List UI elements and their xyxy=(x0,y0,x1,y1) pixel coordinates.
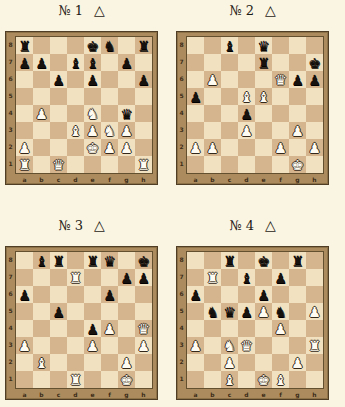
white-queen-icon: ♛ xyxy=(274,73,287,87)
square-b3 xyxy=(204,337,221,354)
square-c8: ♝ xyxy=(221,37,238,54)
black-pawn-icon: ♟ xyxy=(189,288,202,302)
white-pawn-icon: ♟ xyxy=(206,73,219,87)
square-h7: ♚ xyxy=(306,54,323,71)
square-a1 xyxy=(16,371,33,388)
square-c2: ♟ xyxy=(221,354,238,371)
square-e7 xyxy=(255,269,272,286)
square-h3: ♟ xyxy=(135,337,152,354)
square-e4 xyxy=(255,320,272,337)
square-e7: ♜ xyxy=(255,54,272,71)
chess-board-frame: 87654321 ♜♚♜♜♝♟♟♟♞♛♟♟♞♟♟♟♞♛♜♟♟♝♚♝ abcdef… xyxy=(176,246,329,400)
square-b5 xyxy=(33,88,50,105)
white-king-icon: ♚ xyxy=(291,158,304,172)
square-b4 xyxy=(33,320,50,337)
black-knight-icon: ♞ xyxy=(274,305,287,319)
file-label-f: f xyxy=(101,174,118,184)
black-knight-icon: ♞ xyxy=(103,39,116,53)
square-d7: ♝ xyxy=(67,54,84,71)
white-pawn-icon: ♟ xyxy=(223,356,236,370)
white-pawn-icon: ♟ xyxy=(120,124,133,138)
square-d8 xyxy=(67,252,84,269)
file-label-f: f xyxy=(272,389,289,399)
square-a4 xyxy=(16,105,33,122)
white-pawn-icon: ♟ xyxy=(120,356,133,370)
square-e8: ♛ xyxy=(255,37,272,54)
rank-label-7: 7 xyxy=(177,53,186,70)
square-a6 xyxy=(187,71,204,88)
white-rook-icon: ♜ xyxy=(18,158,31,172)
square-a3 xyxy=(187,122,204,139)
puzzle-panel-2: № 2 △ 87654321 ♝♛♜♚♟♛♟♟♟♝♝♟♟♟♟♟♟♟♚ abcde… xyxy=(177,2,328,185)
rank-label-3: 3 xyxy=(6,336,15,353)
square-e4: ♞ xyxy=(84,105,101,122)
black-bishop-icon: ♝ xyxy=(69,56,82,70)
square-h7 xyxy=(306,269,323,286)
square-g3 xyxy=(118,337,135,354)
square-b3 xyxy=(33,337,50,354)
square-a2: ♟ xyxy=(16,139,33,156)
square-b1 xyxy=(33,371,50,388)
square-e7 xyxy=(84,269,101,286)
square-c6 xyxy=(50,286,67,303)
square-f3 xyxy=(272,337,289,354)
rank-label-3: 3 xyxy=(177,336,186,353)
square-h2 xyxy=(135,354,152,371)
rank-label-6: 6 xyxy=(177,70,186,87)
rank-label-8: 8 xyxy=(177,251,186,268)
square-b4 xyxy=(204,320,221,337)
rank-label-4: 4 xyxy=(177,319,186,336)
square-h2 xyxy=(306,354,323,371)
square-a8 xyxy=(187,252,204,269)
white-pawn-icon: ♟ xyxy=(189,339,202,353)
square-a4 xyxy=(16,320,33,337)
square-e5 xyxy=(84,303,101,320)
square-b2: ♝ xyxy=(33,354,50,371)
square-d2 xyxy=(238,139,255,156)
square-a1 xyxy=(187,156,204,173)
black-pawn-icon: ♟ xyxy=(137,271,150,285)
white-pawn-icon: ♟ xyxy=(274,322,287,336)
square-g8 xyxy=(289,37,306,54)
rank-label-3: 3 xyxy=(177,121,186,138)
square-c7 xyxy=(50,54,67,71)
square-c1 xyxy=(221,156,238,173)
square-a3: ♟ xyxy=(187,337,204,354)
file-label-c: c xyxy=(221,389,238,399)
black-rook-icon: ♜ xyxy=(86,254,99,268)
square-g1 xyxy=(289,371,306,388)
square-a5 xyxy=(16,303,33,320)
square-h3 xyxy=(135,122,152,139)
square-e3: ♟ xyxy=(84,122,101,139)
square-e1 xyxy=(84,371,101,388)
square-h6: ♟ xyxy=(135,71,152,88)
square-e3 xyxy=(255,122,272,139)
square-a5: ♟ xyxy=(187,88,204,105)
square-d4 xyxy=(238,320,255,337)
square-g6: ♟ xyxy=(289,71,306,88)
file-label-d: d xyxy=(238,174,255,184)
rank-label-6: 6 xyxy=(6,70,15,87)
square-g4: ♛ xyxy=(118,105,135,122)
square-d1: ♜ xyxy=(67,371,84,388)
file-label-d: d xyxy=(238,389,255,399)
chess-board-frame: 87654321 ♝♜♜♛♚♜♟♟♟♟♟♟♟♛♟♟♟♝♟♜♚ abcdefgh xyxy=(5,246,158,400)
square-a8: ♜ xyxy=(16,37,33,54)
square-f5: ♞ xyxy=(272,303,289,320)
square-f5 xyxy=(101,88,118,105)
square-d6 xyxy=(238,71,255,88)
white-pawn-icon: ♟ xyxy=(137,339,150,353)
square-h3: ♜ xyxy=(306,337,323,354)
black-queen-icon: ♛ xyxy=(223,305,236,319)
square-g8: ♜ xyxy=(289,252,306,269)
square-d8 xyxy=(238,37,255,54)
square-f3: ♞ xyxy=(101,122,118,139)
square-c8: ♜ xyxy=(221,252,238,269)
square-b2 xyxy=(33,139,50,156)
black-pawn-icon: ♟ xyxy=(18,288,31,302)
square-a5 xyxy=(187,303,204,320)
puzzle-panel-1: № 1 △ 87654321 ♜♚♞♜♟♟♝♝♟♟♟♟♟♞♛♝♟♞♟♟♚♟♟♜♛… xyxy=(6,2,157,185)
file-label-e: e xyxy=(255,174,272,184)
square-b1 xyxy=(204,156,221,173)
square-h1 xyxy=(135,371,152,388)
white-rook-icon: ♜ xyxy=(308,339,321,353)
file-label-b: b xyxy=(33,389,50,399)
black-rook-icon: ♜ xyxy=(52,254,65,268)
file-label-a: a xyxy=(187,174,204,184)
white-pawn-icon: ♟ xyxy=(35,107,48,121)
square-f5 xyxy=(272,88,289,105)
white-to-move-icon: △ xyxy=(94,2,105,18)
rank-labels: 87654321 xyxy=(177,251,186,389)
square-d6 xyxy=(238,286,255,303)
square-b6: ♟ xyxy=(204,71,221,88)
black-queen-icon: ♛ xyxy=(103,254,116,268)
white-bishop-icon: ♝ xyxy=(35,356,48,370)
square-d5: ♝ xyxy=(238,88,255,105)
square-c1: ♛ xyxy=(50,156,67,173)
rank-label-1: 1 xyxy=(6,370,15,387)
black-pawn-icon: ♟ xyxy=(291,73,304,87)
rank-labels: 87654321 xyxy=(177,36,186,174)
square-g5 xyxy=(289,88,306,105)
rank-label-6: 6 xyxy=(177,285,186,302)
rank-label-2: 2 xyxy=(6,353,15,370)
square-e8: ♜ xyxy=(84,252,101,269)
square-h3 xyxy=(306,122,323,139)
white-pawn-icon: ♟ xyxy=(103,322,116,336)
square-g7: ♟ xyxy=(118,269,135,286)
square-f6: ♟ xyxy=(101,286,118,303)
puzzle-panel-3: № 3 △ 87654321 ♝♜♜♛♚♜♟♟♟♟♟♟♟♛♟♟♟♝♟♜♚ abc… xyxy=(6,217,157,400)
square-g6 xyxy=(118,71,135,88)
square-d6 xyxy=(67,286,84,303)
square-g7 xyxy=(289,54,306,71)
black-bishop-icon: ♝ xyxy=(86,56,99,70)
white-pawn-icon: ♟ xyxy=(308,305,321,319)
square-b7 xyxy=(204,54,221,71)
black-rook-icon: ♜ xyxy=(18,39,31,53)
square-d8 xyxy=(238,252,255,269)
black-king-icon: ♚ xyxy=(257,254,270,268)
puzzle-panel-4: № 4 △ 87654321 ♜♚♜♜♝♟♟♟♞♛♟♟♞♟♟♟♞♛♜♟♟♝♚♝ … xyxy=(177,217,328,400)
file-label-h: h xyxy=(135,174,152,184)
black-pawn-icon: ♟ xyxy=(103,288,116,302)
white-bishop-icon: ♝ xyxy=(274,373,287,387)
white-pawn-icon: ♟ xyxy=(206,141,219,155)
file-label-c: c xyxy=(50,174,67,184)
rank-label-3: 3 xyxy=(6,121,15,138)
black-rook-icon: ♜ xyxy=(223,254,236,268)
square-c5: ♟ xyxy=(50,303,67,320)
puzzle-number-label: № 2 xyxy=(229,3,254,18)
square-g4 xyxy=(289,105,306,122)
square-d5: ♟ xyxy=(238,303,255,320)
square-g5 xyxy=(289,303,306,320)
white-pawn-icon: ♟ xyxy=(103,141,116,155)
white-pawn-icon: ♟ xyxy=(86,124,99,138)
square-d2 xyxy=(238,354,255,371)
square-c2 xyxy=(50,354,67,371)
square-d2 xyxy=(67,139,84,156)
square-f6 xyxy=(101,71,118,88)
file-label-e: e xyxy=(84,389,101,399)
square-a3 xyxy=(16,122,33,139)
square-b8 xyxy=(33,37,50,54)
rank-label-7: 7 xyxy=(6,268,15,285)
black-pawn-icon: ♟ xyxy=(257,288,270,302)
square-h6 xyxy=(306,286,323,303)
square-e2 xyxy=(84,354,101,371)
square-f8: ♞ xyxy=(101,37,118,54)
rank-label-5: 5 xyxy=(6,302,15,319)
file-label-d: d xyxy=(67,389,84,399)
black-rook-icon: ♜ xyxy=(137,39,150,53)
square-a7 xyxy=(16,269,33,286)
rank-labels: 87654321 xyxy=(6,36,15,174)
black-pawn-icon: ♟ xyxy=(18,56,31,70)
black-pawn-icon: ♟ xyxy=(137,73,150,87)
file-labels: abcdefgh xyxy=(187,389,324,399)
square-e8: ♚ xyxy=(255,252,272,269)
black-rook-icon: ♜ xyxy=(257,56,270,70)
square-g6 xyxy=(289,286,306,303)
square-g4 xyxy=(118,320,135,337)
white-queen-icon: ♛ xyxy=(240,339,253,353)
rank-label-8: 8 xyxy=(6,251,15,268)
file-label-b: b xyxy=(33,174,50,184)
square-e5: ♟ xyxy=(255,303,272,320)
square-d6 xyxy=(67,71,84,88)
white-pawn-icon: ♟ xyxy=(120,141,133,155)
square-d3: ♝ xyxy=(67,122,84,139)
square-d3 xyxy=(67,337,84,354)
square-d4: ♟ xyxy=(238,105,255,122)
white-king-icon: ♚ xyxy=(86,141,99,155)
white-queen-icon: ♛ xyxy=(52,158,65,172)
square-a2 xyxy=(187,354,204,371)
chess-board-frame: 87654321 ♝♛♜♚♟♛♟♟♟♝♝♟♟♟♟♟♟♟♚ abcdefgh xyxy=(176,31,329,185)
square-c5 xyxy=(50,88,67,105)
square-d1 xyxy=(238,371,255,388)
square-a6 xyxy=(16,71,33,88)
black-pawn-icon: ♟ xyxy=(308,73,321,87)
puzzle-grid: № 1 △ 87654321 ♜♚♞♜♟♟♝♝♟♟♟♟♟♞♛♝♟♞♟♟♚♟♟♜♛… xyxy=(0,0,345,404)
square-e4: ♟ xyxy=(84,320,101,337)
white-to-move-icon: △ xyxy=(265,217,276,233)
square-b3 xyxy=(33,122,50,139)
square-a7: ♟ xyxy=(16,54,33,71)
white-pawn-icon: ♟ xyxy=(240,124,253,138)
rank-label-5: 5 xyxy=(6,87,15,104)
square-f3 xyxy=(272,122,289,139)
square-f1: ♝ xyxy=(272,371,289,388)
square-g2 xyxy=(289,139,306,156)
rank-label-2: 2 xyxy=(6,138,15,155)
square-a3: ♟ xyxy=(16,337,33,354)
square-e3: ♟ xyxy=(84,337,101,354)
black-pawn-icon: ♟ xyxy=(189,90,202,104)
square-a6: ♟ xyxy=(187,286,204,303)
square-d2 xyxy=(67,354,84,371)
square-e8: ♚ xyxy=(84,37,101,54)
puzzle-number-label: № 1 xyxy=(58,3,83,18)
black-pawn-icon: ♟ xyxy=(52,73,65,87)
square-c1 xyxy=(50,371,67,388)
file-label-a: a xyxy=(16,389,33,399)
square-h4 xyxy=(306,320,323,337)
file-labels: abcdefgh xyxy=(16,174,153,184)
file-label-h: h xyxy=(306,389,323,399)
file-label-h: h xyxy=(135,389,152,399)
square-b5: ♞ xyxy=(204,303,221,320)
square-d5 xyxy=(67,303,84,320)
square-c3 xyxy=(50,337,67,354)
square-e7: ♝ xyxy=(84,54,101,71)
white-rook-icon: ♜ xyxy=(137,158,150,172)
square-b2: ♟ xyxy=(204,139,221,156)
black-pawn-icon: ♟ xyxy=(86,322,99,336)
black-pawn-icon: ♟ xyxy=(274,271,287,285)
square-b7: ♟ xyxy=(33,54,50,71)
square-g4 xyxy=(289,320,306,337)
square-a8 xyxy=(187,37,204,54)
square-d7: ♝ xyxy=(238,269,255,286)
white-knight-icon: ♞ xyxy=(103,124,116,138)
square-c4 xyxy=(50,105,67,122)
black-queen-icon: ♛ xyxy=(120,107,133,121)
file-label-c: c xyxy=(50,389,67,399)
file-label-b: b xyxy=(204,174,221,184)
square-c6 xyxy=(221,71,238,88)
square-h1: ♜ xyxy=(135,156,152,173)
square-f1 xyxy=(101,156,118,173)
square-g1 xyxy=(118,156,135,173)
rank-label-7: 7 xyxy=(177,268,186,285)
square-f2: ♟ xyxy=(272,139,289,156)
file-labels: abcdefgh xyxy=(16,389,153,399)
square-c6 xyxy=(221,286,238,303)
square-f6: ♛ xyxy=(272,71,289,88)
square-g3: ♟ xyxy=(118,122,135,139)
white-to-move-icon: △ xyxy=(94,217,105,233)
black-king-icon: ♚ xyxy=(308,56,321,70)
square-e5 xyxy=(84,88,101,105)
square-a8 xyxy=(16,252,33,269)
black-pawn-icon: ♟ xyxy=(52,305,65,319)
square-e3 xyxy=(255,337,272,354)
square-b4: ♟ xyxy=(33,105,50,122)
square-g5 xyxy=(118,303,135,320)
square-d7 xyxy=(238,54,255,71)
white-bishop-icon: ♝ xyxy=(223,373,236,387)
square-b6 xyxy=(33,71,50,88)
square-c7 xyxy=(221,54,238,71)
chess-board-4: ♜♚♜♜♝♟♟♟♞♛♟♟♞♟♟♟♞♛♜♟♟♝♚♝ xyxy=(186,251,324,389)
puzzle-number-label: № 4 xyxy=(229,218,254,233)
white-rook-icon: ♜ xyxy=(206,271,219,285)
square-c4 xyxy=(221,320,238,337)
square-h5: ♟ xyxy=(306,303,323,320)
rank-label-6: 6 xyxy=(6,285,15,302)
square-d1 xyxy=(238,156,255,173)
square-h2: ♟ xyxy=(306,139,323,156)
white-rook-icon: ♜ xyxy=(69,271,82,285)
black-bishop-icon: ♝ xyxy=(240,271,253,285)
square-g2: ♟ xyxy=(289,354,306,371)
black-king-icon: ♚ xyxy=(86,39,99,53)
square-b3 xyxy=(204,122,221,139)
square-h8 xyxy=(306,37,323,54)
square-g2: ♟ xyxy=(118,354,135,371)
file-label-f: f xyxy=(272,174,289,184)
square-d3: ♟ xyxy=(238,122,255,139)
square-c6: ♟ xyxy=(50,71,67,88)
puzzle-header-3: № 3 △ xyxy=(58,217,105,233)
file-label-e: e xyxy=(84,174,101,184)
rank-label-4: 4 xyxy=(177,104,186,121)
file-label-b: b xyxy=(204,389,221,399)
black-rook-icon: ♜ xyxy=(291,254,304,268)
square-a4 xyxy=(187,105,204,122)
square-e6 xyxy=(84,286,101,303)
chess-board-frame: 87654321 ♜♚♞♜♟♟♝♝♟♟♟♟♟♞♛♝♟♞♟♟♚♟♟♜♛♜ abcd… xyxy=(5,31,158,185)
square-h1 xyxy=(306,156,323,173)
square-c2 xyxy=(50,139,67,156)
square-d8 xyxy=(67,37,84,54)
square-h2 xyxy=(135,139,152,156)
square-f5 xyxy=(101,303,118,320)
file-label-a: a xyxy=(16,174,33,184)
square-e5: ♝ xyxy=(255,88,272,105)
square-d1 xyxy=(67,156,84,173)
square-e1 xyxy=(255,156,272,173)
black-pawn-icon: ♟ xyxy=(120,56,133,70)
file-label-g: g xyxy=(118,174,135,184)
puzzle-header-2: № 2 △ xyxy=(229,2,276,18)
square-f8 xyxy=(272,37,289,54)
square-e4 xyxy=(255,105,272,122)
square-c3 xyxy=(221,122,238,139)
square-h7: ♟ xyxy=(135,269,152,286)
square-b4 xyxy=(204,105,221,122)
square-g1: ♚ xyxy=(289,156,306,173)
white-pawn-icon: ♟ xyxy=(291,124,304,138)
